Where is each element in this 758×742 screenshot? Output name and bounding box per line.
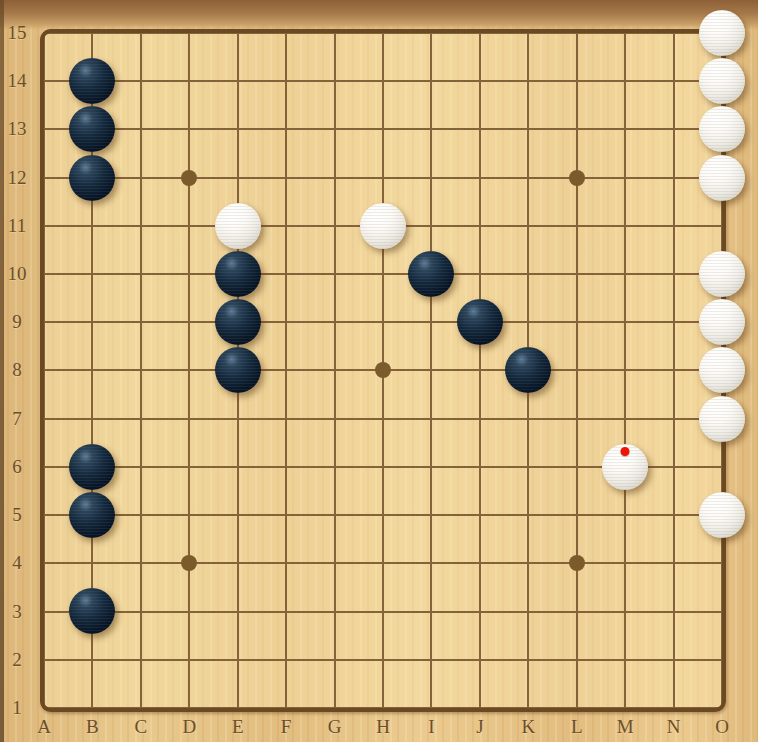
black-stone [69,588,115,634]
black-stone [69,492,115,538]
black-stone [69,106,115,152]
last-move-marker [621,447,630,456]
black-stone [505,347,551,393]
star-point [552,154,600,202]
black-stone [215,347,261,393]
white-stone [215,203,261,249]
white-stone [699,251,745,297]
black-stone [69,155,115,201]
gomoku-app: ABCDEFGHIJKLMNO151413121110987654321 [0,0,758,742]
white-stone [699,10,745,56]
black-stone [215,251,261,297]
white-stone [360,203,406,249]
white-stone [699,396,745,442]
gomoku-board[interactable] [20,9,746,732]
white-stone [699,299,745,345]
black-stone [69,58,115,104]
black-stone [69,444,115,490]
star-point [359,346,407,394]
black-stone [215,299,261,345]
black-stone [457,299,503,345]
white-stone [699,492,745,538]
wood-left-edge [0,0,4,742]
star-point [552,539,600,587]
white-stone [699,58,745,104]
white-stone [699,106,745,152]
white-stone [699,155,745,201]
star-point [165,154,213,202]
white-stone [699,347,745,393]
black-stone [408,251,454,297]
star-point [165,539,213,587]
white-stone [602,444,648,490]
